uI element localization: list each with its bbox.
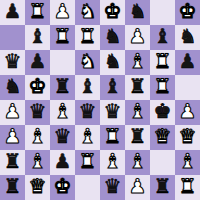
square-c5[interactable]: ♜ <box>50 75 75 100</box>
black-rook-piece[interactable]: ♜ <box>129 75 147 99</box>
square-f6[interactable]: ♝ <box>125 50 150 75</box>
chess-board-container: ♟♜♟♞♚♞♚♝♜♜♞♟♝♞♛♟♞♞♝♜♟♞♚♜♝♝♜♜♟♛♝♛♛♝♚♟♟♝♛♝… <box>0 0 200 200</box>
black-queen-piece[interactable]: ♛ <box>29 100 47 124</box>
square-h7[interactable]: ♞ <box>175 25 200 50</box>
square-g2[interactable] <box>150 150 175 175</box>
square-b1[interactable]: ♛ <box>25 175 50 200</box>
square-f3[interactable]: ♜ <box>125 125 150 150</box>
square-f7[interactable]: ♟ <box>125 25 150 50</box>
white-queen-piece[interactable]: ♛ <box>29 175 47 199</box>
square-c2[interactable]: ♟ <box>50 150 75 175</box>
white-rook-piece[interactable]: ♜ <box>154 50 172 74</box>
square-c4[interactable]: ♝ <box>50 100 75 125</box>
square-b2[interactable]: ♝ <box>25 150 50 175</box>
white-knight-piece[interactable]: ♞ <box>79 50 97 74</box>
square-f4[interactable]: ♝ <box>125 100 150 125</box>
white-rook-piece[interactable]: ♜ <box>154 75 172 99</box>
square-e6[interactable]: ♞ <box>100 50 125 75</box>
black-bishop-piece[interactable]: ♝ <box>79 75 97 99</box>
black-rook-piece[interactable]: ♜ <box>154 175 172 199</box>
white-rook-piece[interactable]: ♜ <box>29 0 47 24</box>
black-pawn-piece[interactable]: ♟ <box>54 150 72 174</box>
square-b7[interactable]: ♝ <box>25 25 50 50</box>
square-h6[interactable]: ♟ <box>175 50 200 75</box>
black-knight-piece[interactable]: ♞ <box>104 50 122 74</box>
black-queen-piece[interactable]: ♛ <box>4 50 22 74</box>
white-pawn-piece[interactable]: ♟ <box>179 100 197 124</box>
square-d4[interactable]: ♛ <box>75 100 100 125</box>
black-knight-piece[interactable]: ♞ <box>129 0 147 24</box>
white-bishop-piece[interactable]: ♝ <box>179 150 197 174</box>
square-e2[interactable]: ♝ <box>100 150 125 175</box>
square-a7[interactable] <box>0 25 25 50</box>
white-bishop-piece[interactable]: ♝ <box>129 100 147 124</box>
white-pawn-piece[interactable]: ♟ <box>129 25 147 49</box>
white-bishop-piece[interactable]: ♝ <box>79 125 97 149</box>
white-queen-piece[interactable]: ♛ <box>179 125 197 149</box>
black-queen-piece[interactable]: ♛ <box>104 175 122 199</box>
white-bishop-piece[interactable]: ♝ <box>54 100 72 124</box>
white-pawn-piece[interactable]: ♟ <box>54 0 72 24</box>
square-f5[interactable]: ♜ <box>125 75 150 100</box>
black-rook-piece[interactable]: ♜ <box>4 150 22 174</box>
square-d2[interactable]: ♜ <box>75 150 100 175</box>
black-pawn-piece[interactable]: ♟ <box>29 50 47 74</box>
square-e8[interactable]: ♚ <box>100 0 125 25</box>
square-g8[interactable] <box>150 0 175 25</box>
square-b5[interactable]: ♚ <box>25 75 50 100</box>
square-d8[interactable]: ♞ <box>75 0 100 25</box>
black-pawn-piece[interactable]: ♟ <box>4 0 22 24</box>
square-f8[interactable]: ♞ <box>125 0 150 25</box>
white-rook-piece[interactable]: ♜ <box>79 25 97 49</box>
white-king-piece[interactable]: ♚ <box>54 175 72 199</box>
square-d6[interactable]: ♞ <box>75 50 100 75</box>
black-bishop-piece[interactable]: ♝ <box>104 75 122 99</box>
white-king-piece[interactable]: ♚ <box>104 0 122 24</box>
square-f2[interactable]: ♝ <box>125 150 150 175</box>
square-h2[interactable]: ♝ <box>175 150 200 175</box>
square-c3[interactable]: ♛ <box>50 125 75 150</box>
square-h8[interactable]: ♚ <box>175 0 200 25</box>
square-a6[interactable]: ♛ <box>0 50 25 75</box>
white-bishop-piece[interactable]: ♝ <box>129 150 147 174</box>
square-g6[interactable]: ♜ <box>150 50 175 75</box>
square-g3[interactable]: ♛ <box>150 125 175 150</box>
square-g4[interactable]: ♚ <box>150 100 175 125</box>
square-d5[interactable]: ♝ <box>75 75 100 100</box>
white-rook-piece[interactable]: ♜ <box>79 150 97 174</box>
black-rook-piece[interactable]: ♜ <box>4 175 22 199</box>
square-h5[interactable] <box>175 75 200 100</box>
square-b6[interactable]: ♟ <box>25 50 50 75</box>
square-f1[interactable]: ♟ <box>125 175 150 200</box>
square-g7[interactable]: ♝ <box>150 25 175 50</box>
square-g1[interactable]: ♜ <box>150 175 175 200</box>
white-bishop-piece[interactable]: ♝ <box>29 125 47 149</box>
white-rook-piece[interactable]: ♜ <box>179 175 197 199</box>
square-e3[interactable]: ♜ <box>100 125 125 150</box>
black-bishop-piece[interactable]: ♝ <box>154 25 172 49</box>
white-king-piece[interactable]: ♚ <box>29 75 47 99</box>
square-a3[interactable]: ♟ <box>0 125 25 150</box>
white-pawn-piece[interactable]: ♟ <box>4 100 22 124</box>
square-b8[interactable]: ♜ <box>25 0 50 25</box>
black-queen-piece[interactable]: ♛ <box>79 100 97 124</box>
black-rook-piece[interactable]: ♜ <box>54 75 72 99</box>
black-pawn-piece[interactable]: ♟ <box>179 50 197 74</box>
white-king-piece[interactable]: ♚ <box>179 0 197 24</box>
black-knight-piece[interactable]: ♞ <box>4 75 22 99</box>
square-d3[interactable]: ♝ <box>75 125 100 150</box>
square-e5[interactable]: ♝ <box>100 75 125 100</box>
white-knight-piece[interactable]: ♞ <box>79 0 97 24</box>
square-a5[interactable]: ♞ <box>0 75 25 100</box>
white-rook-piece[interactable]: ♜ <box>54 25 72 49</box>
square-h4[interactable]: ♟ <box>175 100 200 125</box>
square-c7[interactable]: ♜ <box>50 25 75 50</box>
white-pawn-piece[interactable]: ♟ <box>129 175 147 199</box>
white-bishop-piece[interactable]: ♝ <box>104 150 122 174</box>
square-a2[interactable]: ♜ <box>0 150 25 175</box>
square-c6[interactable] <box>50 50 75 75</box>
white-rook-piece[interactable]: ♜ <box>104 125 122 149</box>
white-bishop-piece[interactable]: ♝ <box>129 50 147 74</box>
chess-board: ♟♜♟♞♚♞♚♝♜♜♞♟♝♞♛♟♞♞♝♜♟♞♚♜♝♝♜♜♟♛♝♛♛♝♚♟♟♝♛♝… <box>0 0 200 200</box>
square-c8[interactable]: ♟ <box>50 0 75 25</box>
square-g5[interactable]: ♜ <box>150 75 175 100</box>
square-a4[interactable]: ♟ <box>0 100 25 125</box>
black-knight-piece[interactable]: ♞ <box>104 25 122 49</box>
square-a8[interactable]: ♟ <box>0 0 25 25</box>
square-e7[interactable]: ♞ <box>100 25 125 50</box>
white-queen-piece[interactable]: ♛ <box>154 125 172 149</box>
square-c1[interactable]: ♚ <box>50 175 75 200</box>
white-pawn-piece[interactable]: ♟ <box>4 125 22 149</box>
white-bishop-piece[interactable]: ♝ <box>29 150 47 174</box>
black-rook-piece[interactable]: ♜ <box>129 125 147 149</box>
square-b3[interactable]: ♝ <box>25 125 50 150</box>
black-queen-piece[interactable]: ♛ <box>104 100 122 124</box>
square-b4[interactable]: ♛ <box>25 100 50 125</box>
square-h3[interactable]: ♛ <box>175 125 200 150</box>
black-bishop-piece[interactable]: ♝ <box>29 25 47 49</box>
square-a1[interactable]: ♜ <box>0 175 25 200</box>
black-king-piece[interactable]: ♚ <box>154 100 172 124</box>
black-queen-piece[interactable]: ♛ <box>54 125 72 149</box>
square-e4[interactable]: ♛ <box>100 100 125 125</box>
square-d1[interactable] <box>75 175 100 200</box>
square-h1[interactable]: ♜ <box>175 175 200 200</box>
black-knight-piece[interactable]: ♞ <box>179 25 197 49</box>
square-d7[interactable]: ♜ <box>75 25 100 50</box>
square-e1[interactable]: ♛ <box>100 175 125 200</box>
